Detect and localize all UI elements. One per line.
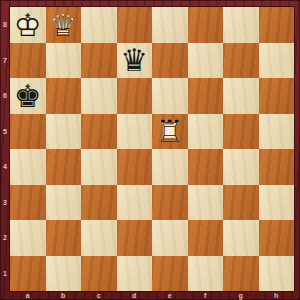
rank-label-7: 7 bbox=[0, 43, 10, 79]
square-h2[interactable] bbox=[259, 220, 295, 256]
square-d3[interactable] bbox=[117, 185, 153, 221]
square-c6[interactable] bbox=[81, 78, 117, 114]
square-g7[interactable] bbox=[223, 43, 259, 79]
file-label-a: a bbox=[10, 291, 46, 300]
square-e7[interactable] bbox=[152, 43, 188, 79]
white-queen-b8[interactable]: ♛♕ bbox=[46, 8, 80, 42]
rank-label-8: 8 bbox=[0, 7, 10, 43]
square-b5[interactable] bbox=[46, 114, 82, 150]
square-f4[interactable] bbox=[188, 149, 224, 185]
square-c1[interactable] bbox=[81, 256, 117, 292]
square-a7[interactable] bbox=[10, 43, 46, 79]
square-a8[interactable]: ♚♔ bbox=[10, 7, 46, 43]
square-c3[interactable] bbox=[81, 185, 117, 221]
square-f6[interactable] bbox=[188, 78, 224, 114]
file-label-h: h bbox=[259, 291, 295, 300]
file-label-f: f bbox=[188, 291, 224, 300]
square-h4[interactable] bbox=[259, 149, 295, 185]
square-e2[interactable] bbox=[152, 220, 188, 256]
chess-board-frame: 87654321 abcdefgh ♚♔♛♕♛♚♜♖ bbox=[0, 0, 300, 300]
square-c5[interactable] bbox=[81, 114, 117, 150]
square-d2[interactable] bbox=[117, 220, 153, 256]
square-d6[interactable] bbox=[117, 78, 153, 114]
file-label-c: c bbox=[81, 291, 117, 300]
square-b4[interactable] bbox=[46, 149, 82, 185]
square-f3[interactable] bbox=[188, 185, 224, 221]
square-h7[interactable] bbox=[259, 43, 295, 79]
square-f1[interactable] bbox=[188, 256, 224, 292]
file-label-e: e bbox=[152, 291, 188, 300]
square-e4[interactable] bbox=[152, 149, 188, 185]
white-rook-e5[interactable]: ♜♖ bbox=[153, 114, 187, 148]
square-h3[interactable] bbox=[259, 185, 295, 221]
square-b2[interactable] bbox=[46, 220, 82, 256]
rank-label-1: 1 bbox=[0, 256, 10, 292]
square-d1[interactable] bbox=[117, 256, 153, 292]
square-h1[interactable] bbox=[259, 256, 295, 292]
rank-label-5: 5 bbox=[0, 114, 10, 150]
square-e5[interactable]: ♜♖ bbox=[152, 114, 188, 150]
square-f2[interactable] bbox=[188, 220, 224, 256]
file-label-g: g bbox=[223, 291, 259, 300]
square-e1[interactable] bbox=[152, 256, 188, 292]
square-d8[interactable] bbox=[117, 7, 153, 43]
square-c4[interactable] bbox=[81, 149, 117, 185]
file-label-d: d bbox=[117, 291, 153, 300]
square-a2[interactable] bbox=[10, 220, 46, 256]
file-label-b: b bbox=[46, 291, 82, 300]
square-c2[interactable] bbox=[81, 220, 117, 256]
square-b3[interactable] bbox=[46, 185, 82, 221]
square-a6[interactable]: ♚ bbox=[10, 78, 46, 114]
black-king-a6[interactable]: ♚ bbox=[11, 79, 45, 113]
square-h5[interactable] bbox=[259, 114, 295, 150]
square-a3[interactable] bbox=[10, 185, 46, 221]
rank-labels: 87654321 bbox=[0, 7, 10, 291]
square-a4[interactable] bbox=[10, 149, 46, 185]
rank-label-4: 4 bbox=[0, 149, 10, 185]
square-h8[interactable] bbox=[259, 7, 295, 43]
square-f5[interactable] bbox=[188, 114, 224, 150]
square-g1[interactable] bbox=[223, 256, 259, 292]
square-h6[interactable] bbox=[259, 78, 295, 114]
rank-label-3: 3 bbox=[0, 185, 10, 221]
square-b7[interactable] bbox=[46, 43, 82, 79]
square-c8[interactable] bbox=[81, 7, 117, 43]
rank-label-2: 2 bbox=[0, 220, 10, 256]
square-g3[interactable] bbox=[223, 185, 259, 221]
square-a1[interactable] bbox=[10, 256, 46, 292]
square-b8[interactable]: ♛♕ bbox=[46, 7, 82, 43]
square-e8[interactable] bbox=[152, 7, 188, 43]
black-queen-d7[interactable]: ♛ bbox=[117, 43, 151, 77]
square-a5[interactable] bbox=[10, 114, 46, 150]
file-labels: abcdefgh bbox=[10, 291, 294, 300]
square-g8[interactable] bbox=[223, 7, 259, 43]
square-d7[interactable]: ♛ bbox=[117, 43, 153, 79]
square-d4[interactable] bbox=[117, 149, 153, 185]
square-g5[interactable] bbox=[223, 114, 259, 150]
square-c7[interactable] bbox=[81, 43, 117, 79]
square-f7[interactable] bbox=[188, 43, 224, 79]
square-b1[interactable] bbox=[46, 256, 82, 292]
square-g4[interactable] bbox=[223, 149, 259, 185]
square-f8[interactable] bbox=[188, 7, 224, 43]
square-e6[interactable] bbox=[152, 78, 188, 114]
square-d5[interactable] bbox=[117, 114, 153, 150]
white-king-a8[interactable]: ♚♔ bbox=[11, 8, 45, 42]
square-e3[interactable] bbox=[152, 185, 188, 221]
chess-board: ♚♔♛♕♛♚♜♖ bbox=[10, 7, 294, 291]
square-b6[interactable] bbox=[46, 78, 82, 114]
square-g6[interactable] bbox=[223, 78, 259, 114]
rank-label-6: 6 bbox=[0, 78, 10, 114]
square-g2[interactable] bbox=[223, 220, 259, 256]
